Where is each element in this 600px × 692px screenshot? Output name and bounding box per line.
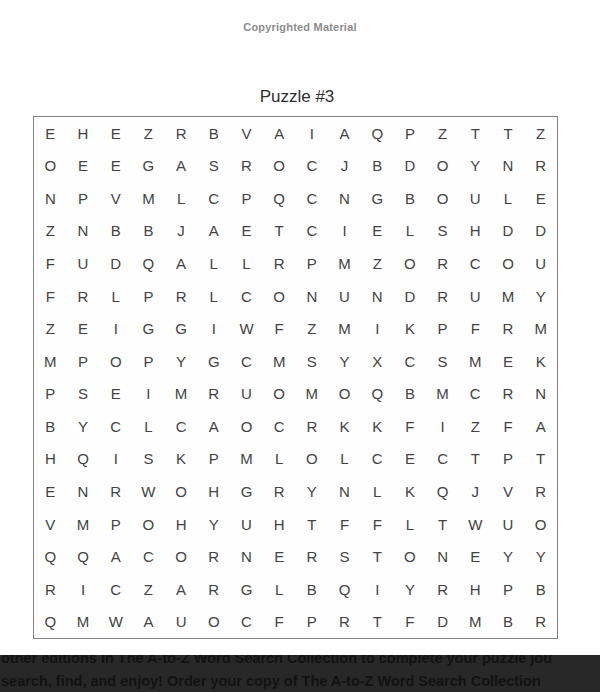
grid-cell: I	[132, 378, 165, 411]
grid-cell: A	[99, 540, 132, 573]
grid-cell: W	[230, 312, 263, 345]
grid-cell: N	[67, 215, 100, 248]
grid-cell: B	[99, 215, 132, 248]
grid-cell: C	[197, 182, 230, 215]
grid-cell: A	[263, 117, 296, 150]
grid-cell: L	[394, 215, 427, 248]
grid-cell: R	[230, 150, 263, 183]
grid-cell: C	[394, 345, 427, 378]
grid-cell: C	[296, 150, 329, 183]
grid-cell: E	[263, 540, 296, 573]
grid-cell: R	[296, 540, 329, 573]
grid-cell: R	[296, 410, 329, 443]
grid-cell: C	[296, 182, 329, 215]
grid-cell: N	[361, 280, 394, 313]
grid-cell: Z	[426, 117, 459, 150]
grid-cell: E	[67, 312, 100, 345]
grid-cell: P	[394, 117, 427, 150]
grid-cell: O	[492, 247, 525, 280]
grid-cell: R	[67, 280, 100, 313]
grid-cell: H	[165, 508, 198, 541]
grid-cell: M	[492, 280, 525, 313]
grid-cell: C	[99, 573, 132, 606]
grid-cell: F	[34, 247, 67, 280]
grid-cell: Y	[459, 150, 492, 183]
grid-cell: Z	[132, 117, 165, 150]
grid-cell: L	[165, 182, 198, 215]
grid-cell: K	[328, 410, 361, 443]
grid-cell: R	[426, 247, 459, 280]
grid-cell: Q	[361, 378, 394, 411]
grid-cell: Z	[34, 312, 67, 345]
grid-cell: O	[394, 540, 427, 573]
grid-cell: R	[426, 573, 459, 606]
grid-cell: O	[34, 150, 67, 183]
grid-cell: Z	[524, 117, 557, 150]
grid-cell: D	[394, 150, 427, 183]
grid-cell: M	[34, 345, 67, 378]
grid-cell: W	[459, 508, 492, 541]
grid-cell: J	[165, 215, 198, 248]
grid-cell: K	[165, 443, 198, 476]
grid-cell: E	[524, 182, 557, 215]
grid-cell: P	[492, 443, 525, 476]
grid-cell: S	[296, 345, 329, 378]
grid-cell: N	[67, 475, 100, 508]
grid-cell: T	[296, 508, 329, 541]
grid-cell: I	[361, 312, 394, 345]
grid-cell: R	[165, 117, 198, 150]
word-grid: EHEZRBVAIAQPZTTZOEEGASROCJBDOYNRNPVMLCPQ…	[33, 116, 558, 639]
grid-cell: A	[132, 605, 165, 638]
grid-cell: W	[99, 605, 132, 638]
grid-cell: D	[426, 605, 459, 638]
grid-cell: S	[426, 215, 459, 248]
grid-cell: C	[459, 378, 492, 411]
grid-cell: B	[524, 573, 557, 606]
grid-cell: O	[165, 475, 198, 508]
grid-cell: P	[67, 345, 100, 378]
grid-cell: I	[99, 443, 132, 476]
grid-cell: C	[361, 443, 394, 476]
grid-cell: H	[459, 215, 492, 248]
grid-cell: F	[34, 280, 67, 313]
grid-cell: H	[459, 573, 492, 606]
grid-cell: U	[524, 247, 557, 280]
grid-cell: O	[426, 150, 459, 183]
grid-cell: Z	[459, 410, 492, 443]
grid-cell: O	[197, 605, 230, 638]
grid-cell: B	[197, 117, 230, 150]
grid-cell: Y	[197, 508, 230, 541]
grid-cell: Q	[426, 475, 459, 508]
grid-cell: C	[426, 443, 459, 476]
grid-cell: R	[197, 378, 230, 411]
grid-cell: L	[492, 182, 525, 215]
grid-cell: K	[394, 475, 427, 508]
grid-cell: C	[99, 410, 132, 443]
grid-cell: U	[230, 378, 263, 411]
grid-cell: U	[459, 280, 492, 313]
grid-cell: O	[132, 508, 165, 541]
grid-cell: Y	[296, 475, 329, 508]
grid-cell: Z	[296, 312, 329, 345]
grid-cell: L	[263, 443, 296, 476]
grid-cell: F	[394, 605, 427, 638]
grid-cell: P	[296, 605, 329, 638]
grid-cell: F	[328, 508, 361, 541]
grid-cell: Q	[328, 573, 361, 606]
grid-cell: F	[361, 508, 394, 541]
grid-cell: O	[328, 378, 361, 411]
grid-cell: N	[426, 540, 459, 573]
grid-cell: C	[459, 247, 492, 280]
grid-cell: F	[394, 410, 427, 443]
grid-cell: R	[492, 312, 525, 345]
grid-cell: D	[524, 215, 557, 248]
grid-cell: G	[230, 573, 263, 606]
grid-cell: M	[296, 378, 329, 411]
grid-cell: L	[132, 410, 165, 443]
grid-cell: T	[459, 443, 492, 476]
grid-cell: G	[197, 345, 230, 378]
grid-cell: M	[328, 247, 361, 280]
grid-cell: U	[165, 605, 198, 638]
grid-cell: E	[34, 475, 67, 508]
grid-cell: E	[99, 150, 132, 183]
grid-cell: R	[524, 150, 557, 183]
grid-cell: U	[492, 508, 525, 541]
grid-cell: Y	[328, 345, 361, 378]
grid-cell: H	[263, 508, 296, 541]
grid-cell: N	[328, 182, 361, 215]
grid-cell: Q	[263, 182, 296, 215]
grid-cell: P	[197, 443, 230, 476]
grid-cell: B	[394, 182, 427, 215]
grid-cell: K	[361, 410, 394, 443]
grid-cell: A	[197, 215, 230, 248]
grid-cell: P	[230, 182, 263, 215]
grid-cell: L	[197, 247, 230, 280]
grid-cell: S	[328, 540, 361, 573]
grid-cell: D	[394, 280, 427, 313]
grid-cell: E	[230, 215, 263, 248]
grid-cell: D	[99, 247, 132, 280]
grid-cell: N	[34, 182, 67, 215]
grid-cell: L	[230, 247, 263, 280]
grid-cell: Q	[67, 540, 100, 573]
grid-cell: I	[296, 117, 329, 150]
grid-cell: E	[34, 117, 67, 150]
grid-cell: O	[263, 378, 296, 411]
grid-cell: Y	[524, 540, 557, 573]
grid-cell: R	[197, 573, 230, 606]
grid-cell: Q	[67, 443, 100, 476]
grid-cell: O	[426, 182, 459, 215]
grid-cell: P	[132, 345, 165, 378]
grid-cell: T	[492, 117, 525, 150]
grid-cell: C	[263, 410, 296, 443]
grid-cell: B	[361, 150, 394, 183]
grid-cell: M	[67, 605, 100, 638]
grid-cell: C	[296, 215, 329, 248]
grid-cell: R	[492, 378, 525, 411]
grid-cell: Y	[492, 540, 525, 573]
grid-cell: M	[67, 508, 100, 541]
grid-cell: N	[230, 540, 263, 573]
grid-cell: U	[67, 247, 100, 280]
grid-cell: O	[99, 345, 132, 378]
grid-cell: M	[328, 312, 361, 345]
grid-cell: Z	[34, 215, 67, 248]
grid-cell: C	[230, 605, 263, 638]
grid-cell: A	[197, 410, 230, 443]
grid-cell: K	[524, 345, 557, 378]
grid-cell: L	[394, 508, 427, 541]
grid-cell: E	[492, 345, 525, 378]
grid-cell: R	[524, 475, 557, 508]
grid-cell: T	[426, 508, 459, 541]
grid-cell: H	[34, 443, 67, 476]
grid-cell: V	[99, 182, 132, 215]
grid-cell: T	[459, 117, 492, 150]
grid-cell: B	[34, 410, 67, 443]
grid-cell: A	[328, 117, 361, 150]
grid-cell: Q	[34, 540, 67, 573]
grid-cell: M	[459, 345, 492, 378]
grid-cell: P	[67, 182, 100, 215]
grid-cell: F	[492, 410, 525, 443]
grid-cell: W	[132, 475, 165, 508]
grid-cell: I	[426, 410, 459, 443]
footer-text-line1: other editions in The A-to-Z Word Search…	[0, 655, 600, 668]
grid-cell: Y	[67, 410, 100, 443]
grid-cell: F	[263, 312, 296, 345]
grid-cell: N	[524, 378, 557, 411]
grid-cell: B	[394, 378, 427, 411]
grid-cell: E	[99, 378, 132, 411]
grid-cell: Z	[132, 573, 165, 606]
grid-cell: M	[459, 605, 492, 638]
grid-cell: C	[230, 280, 263, 313]
grid-cell: R	[524, 605, 557, 638]
grid-cell: M	[263, 345, 296, 378]
grid-cell: C	[230, 345, 263, 378]
grid-cell: U	[328, 280, 361, 313]
grid-cell: B	[296, 573, 329, 606]
grid-cell: H	[67, 117, 100, 150]
grid-cell: N	[328, 475, 361, 508]
grid-cell: R	[99, 475, 132, 508]
grid-cell: T	[361, 605, 394, 638]
grid-cell: J	[328, 150, 361, 183]
grid-cell: U	[459, 182, 492, 215]
grid-cell: D	[492, 215, 525, 248]
grid-cell: P	[296, 247, 329, 280]
grid-cell: M	[165, 378, 198, 411]
grid-cell: F	[459, 312, 492, 345]
grid-cell: E	[459, 540, 492, 573]
grid-cell: G	[230, 475, 263, 508]
grid-cell: T	[263, 215, 296, 248]
grid-cell: R	[165, 280, 198, 313]
grid-cell: M	[230, 443, 263, 476]
grid-cell: O	[524, 508, 557, 541]
grid-cell: A	[524, 410, 557, 443]
grid-cell: P	[426, 312, 459, 345]
grid-cell: B	[132, 215, 165, 248]
grid-cell: H	[197, 475, 230, 508]
grid-cell: Y	[394, 573, 427, 606]
grid-cell: X	[361, 345, 394, 378]
grid-cell: L	[263, 573, 296, 606]
grid-cell: O	[263, 280, 296, 313]
grid-cell: O	[263, 150, 296, 183]
grid-cell: O	[230, 410, 263, 443]
grid-cell: Q	[34, 605, 67, 638]
grid-cell: G	[132, 150, 165, 183]
grid-cell: V	[492, 475, 525, 508]
grid-cell: I	[328, 215, 361, 248]
grid-cell: Y	[524, 280, 557, 313]
grid-cell: V	[34, 508, 67, 541]
grid-cell: I	[67, 573, 100, 606]
puzzle-title: Puzzle #3	[0, 87, 594, 107]
grid-cell: P	[34, 378, 67, 411]
grid-cell: R	[263, 475, 296, 508]
grid-cell: S	[67, 378, 100, 411]
grid-cell: M	[524, 312, 557, 345]
grid-cell: G	[132, 312, 165, 345]
grid-cell: G	[361, 182, 394, 215]
copyrighted-material-label: Copyrighted Material	[0, 21, 600, 33]
grid-cell: E	[99, 117, 132, 150]
grid-cell: O	[165, 540, 198, 573]
grid-cell: B	[492, 605, 525, 638]
grid-cell: R	[34, 573, 67, 606]
grid-cell: L	[361, 475, 394, 508]
grid-cell: O	[394, 247, 427, 280]
grid-cell: Y	[165, 345, 198, 378]
grid-cell: A	[165, 150, 198, 183]
grid-cell: L	[197, 280, 230, 313]
grid-cell: C	[132, 540, 165, 573]
grid-cell: L	[328, 443, 361, 476]
grid-cell: K	[394, 312, 427, 345]
grid-cell: T	[524, 443, 557, 476]
grid-cell: M	[132, 182, 165, 215]
grid-cell: E	[394, 443, 427, 476]
footer-overlay-band: other editions in The A-to-Z Word Search…	[0, 655, 600, 692]
grid-cell: O	[296, 443, 329, 476]
grid-cell: M	[426, 378, 459, 411]
grid-cell: P	[492, 573, 525, 606]
grid-cell: P	[99, 508, 132, 541]
grid-cell: S	[197, 150, 230, 183]
grid-cell: R	[263, 247, 296, 280]
grid-cell: J	[459, 475, 492, 508]
grid-cell: P	[132, 280, 165, 313]
grid-cell: S	[426, 345, 459, 378]
grid-cell: U	[230, 508, 263, 541]
grid-cell: N	[296, 280, 329, 313]
grid-cell: A	[165, 247, 198, 280]
footer-text-line2: search, find, and enjoy! Order your copy…	[0, 671, 600, 691]
grid-cell: Z	[361, 247, 394, 280]
grid-cell: R	[328, 605, 361, 638]
grid-cell: R	[426, 280, 459, 313]
grid-cell: E	[67, 150, 100, 183]
grid-cell: N	[492, 150, 525, 183]
grid-cell: I	[361, 573, 394, 606]
grid-cell: A	[165, 573, 198, 606]
grid-cell: T	[361, 540, 394, 573]
grid-cell: V	[230, 117, 263, 150]
grid-cell: E	[361, 215, 394, 248]
grid-cell: I	[99, 312, 132, 345]
grid-cell: G	[165, 312, 198, 345]
grid-cell: C	[165, 410, 198, 443]
grid-cell: S	[132, 443, 165, 476]
grid-cell: I	[197, 312, 230, 345]
grid-cell: R	[197, 540, 230, 573]
grid-cell: Q	[132, 247, 165, 280]
grid-cell: F	[263, 605, 296, 638]
grid-cell: Q	[361, 117, 394, 150]
grid-cell: L	[99, 280, 132, 313]
